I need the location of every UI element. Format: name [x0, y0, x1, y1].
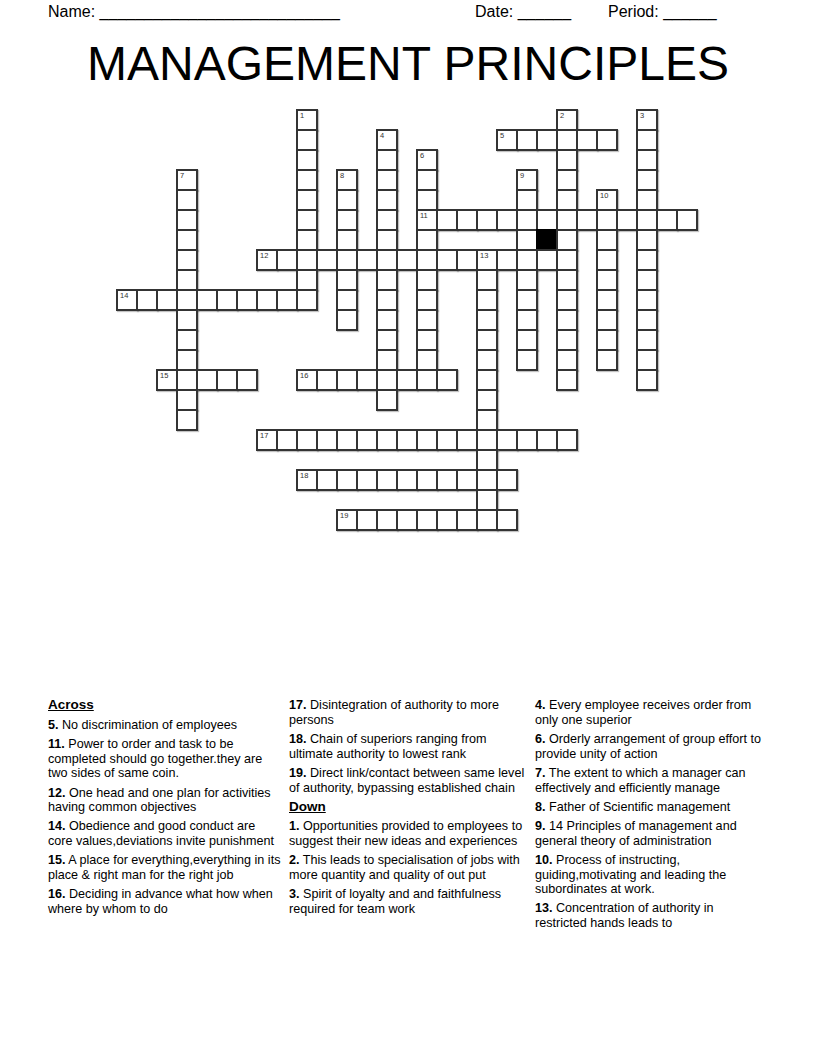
grid-cell[interactable]: 18	[296, 469, 318, 491]
grid-cell[interactable]	[136, 289, 158, 311]
grid-cell[interactable]	[416, 349, 438, 371]
clue-item-down-7: 7. The extent to which a manager can eff…	[535, 766, 765, 795]
grid-cell[interactable]	[496, 429, 518, 451]
grid-cell[interactable]	[556, 249, 578, 271]
clue-item-number: 12.	[48, 786, 66, 800]
clue-item-down-10: 10. Process of instructing, guiding,moti…	[535, 853, 765, 897]
grid-cell[interactable]	[556, 309, 578, 331]
name-blank-line: ___________________________	[100, 3, 340, 20]
grid-cell[interactable]	[336, 209, 358, 231]
grid-cell[interactable]	[556, 149, 578, 171]
clue-number: 1	[300, 111, 304, 120]
clue-number: 8	[340, 171, 344, 180]
clue-item-across-16: 16. Deciding in advance what how when wh…	[48, 887, 281, 916]
grid-cell[interactable]	[376, 349, 398, 371]
clue-item-number: 18.	[289, 732, 307, 746]
crossword-grid: 12345678910111213141516171819	[117, 110, 699, 532]
grid-cell[interactable]	[296, 169, 318, 191]
grid-cell[interactable]	[396, 369, 418, 391]
grid-cell[interactable]	[636, 229, 658, 251]
grid-cell[interactable]	[336, 309, 358, 331]
grid-cell[interactable]	[176, 329, 198, 351]
grid-cell[interactable]	[156, 289, 178, 311]
clue-number: 5	[500, 131, 504, 140]
date-field: Date: ______	[475, 3, 571, 21]
grid-cell[interactable]	[176, 209, 198, 231]
clue-item-number: 3.	[289, 887, 300, 901]
grid-cell[interactable]	[436, 209, 458, 231]
grid-cell[interactable]	[496, 509, 518, 531]
grid-cell[interactable]	[476, 329, 498, 351]
grid-cell[interactable]	[636, 169, 658, 191]
grid-cell[interactable]	[236, 369, 258, 391]
grid-cell[interactable]: 17	[256, 429, 278, 451]
clue-item-across-18: 18. Chain of superiors ranging from ulti…	[289, 732, 526, 761]
grid-cell[interactable]: 14	[116, 289, 138, 311]
grid-cell[interactable]	[556, 169, 578, 191]
grid-cell[interactable]	[596, 229, 618, 251]
grid-cell[interactable]	[476, 469, 498, 491]
grid-cell[interactable]: 8	[336, 169, 358, 191]
grid-cell[interactable]	[636, 369, 658, 391]
clue-item-down-2: 2. This leads to specialisation of jobs …	[289, 853, 526, 882]
page-title: MANAGEMENT PRINCIPLES	[0, 36, 816, 91]
clue-item-number: 7.	[535, 766, 546, 780]
clue-item-down-9: 9. 14 Principles of management and gener…	[535, 819, 765, 848]
grid-cell[interactable]	[396, 469, 418, 491]
grid-cell[interactable]	[316, 429, 338, 451]
grid-cell[interactable]	[296, 209, 318, 231]
grid-cell[interactable]	[296, 429, 318, 451]
grid-cell[interactable]	[316, 249, 338, 271]
date-blank-line: ______	[518, 3, 571, 20]
clue-number: 19	[340, 511, 348, 520]
grid-cell[interactable]	[376, 209, 398, 231]
grid-cell[interactable]	[516, 129, 538, 151]
grid-cell[interactable]	[436, 509, 458, 531]
grid-cell[interactable]	[376, 189, 398, 211]
grid-cell[interactable]	[456, 209, 478, 231]
grid-cell[interactable]	[556, 229, 578, 251]
blocked-cell	[536, 229, 558, 251]
clue-number: 3	[640, 111, 644, 120]
grid-cell[interactable]	[456, 429, 478, 451]
grid-cell[interactable]	[476, 289, 498, 311]
grid-cell[interactable]	[376, 269, 398, 291]
period-blank-line: ______	[663, 3, 716, 20]
grid-cell[interactable]	[256, 289, 278, 311]
grid-cell[interactable]	[536, 429, 558, 451]
grid-cell[interactable]	[376, 469, 398, 491]
clue-number: 4	[380, 131, 384, 140]
grid-cell[interactable]	[516, 309, 538, 331]
grid-cell[interactable]	[336, 189, 358, 211]
grid-cell[interactable]	[476, 369, 498, 391]
grid-cell[interactable]	[376, 429, 398, 451]
grid-cell[interactable]	[616, 209, 638, 231]
grid-cell[interactable]	[516, 209, 538, 231]
grid-cell[interactable]	[296, 289, 318, 311]
clue-item-number: 13.	[535, 901, 553, 915]
grid-cell[interactable]: 2	[556, 109, 578, 131]
grid-cell[interactable]	[516, 329, 538, 351]
grid-cell[interactable]: 1	[296, 109, 318, 131]
grid-cell[interactable]	[476, 389, 498, 411]
grid-cell[interactable]	[556, 289, 578, 311]
grid-cell[interactable]: 5	[496, 129, 518, 151]
clue-number: 7	[180, 171, 184, 180]
grid-cell[interactable]	[516, 229, 538, 251]
grid-cell[interactable]	[676, 209, 698, 231]
grid-cell[interactable]	[376, 249, 398, 271]
grid-cell[interactable]	[456, 469, 478, 491]
grid-cell[interactable]	[516, 349, 538, 371]
clue-number: 17	[260, 431, 268, 440]
grid-cell[interactable]	[196, 369, 218, 391]
clue-item-number: 15.	[48, 853, 66, 867]
grid-cell[interactable]	[536, 209, 558, 231]
grid-cell[interactable]	[636, 289, 658, 311]
grid-cell[interactable]	[376, 509, 398, 531]
grid-cell[interactable]	[336, 269, 358, 291]
grid-cell[interactable]	[336, 469, 358, 491]
grid-cell[interactable]	[176, 249, 198, 271]
grid-cell[interactable]	[476, 409, 498, 431]
grid-cell[interactable]	[556, 209, 578, 231]
clue-item-number: 2.	[289, 853, 300, 867]
clue-item-down-6: 6. Orderly arrangement of group effort t…	[535, 732, 765, 761]
clue-item-down-1: 1. Opportunities provided to employees t…	[289, 819, 526, 848]
grid-cell[interactable]	[656, 209, 678, 231]
grid-cell[interactable]	[496, 249, 518, 271]
clue-item-number: 14.	[48, 819, 66, 833]
grid-cell[interactable]	[296, 229, 318, 251]
clue-item-across-14: 14. Obedience and good conduct are core …	[48, 819, 281, 848]
grid-cell[interactable]	[376, 229, 398, 251]
grid-cell[interactable]	[376, 169, 398, 191]
grid-cell[interactable]	[536, 249, 558, 271]
grid-cell[interactable]: 4	[376, 129, 398, 151]
grid-cell[interactable]	[516, 429, 538, 451]
grid-cell[interactable]	[376, 149, 398, 171]
clue-item-across-19: 19. Direct link/contact between same lev…	[289, 766, 526, 795]
grid-cell[interactable]	[416, 329, 438, 351]
grid-cell[interactable]	[436, 469, 458, 491]
grid-cell[interactable]	[436, 429, 458, 451]
down-header: Down	[289, 800, 526, 815]
clue-item-across-5: 5. No discrimination of employees	[48, 718, 281, 733]
grid-cell[interactable]	[176, 389, 198, 411]
grid-cell[interactable]	[596, 329, 618, 351]
clue-item-number: 10.	[535, 853, 553, 867]
grid-cell[interactable]	[636, 269, 658, 291]
grid-cell[interactable]	[476, 489, 498, 511]
grid-cell[interactable]	[636, 189, 658, 211]
clue-column-2: 17. Disintegration of authority to more …	[289, 698, 526, 921]
grid-cell[interactable]: 15	[156, 369, 178, 391]
clue-number: 14	[120, 291, 128, 300]
grid-cell[interactable]	[556, 369, 578, 391]
clue-number: 11	[420, 211, 428, 220]
grid-cell[interactable]	[316, 369, 338, 391]
grid-cell[interactable]	[176, 229, 198, 251]
clue-number: 12	[260, 251, 268, 260]
grid-cell[interactable]	[476, 429, 498, 451]
grid-cell[interactable]	[476, 349, 498, 371]
grid-cell[interactable]	[416, 469, 438, 491]
grid-cell[interactable]	[556, 429, 578, 451]
grid-cell[interactable]	[596, 249, 618, 271]
grid-cell[interactable]	[576, 209, 598, 231]
grid-cell[interactable]	[336, 429, 358, 451]
grid-cell[interactable]	[476, 309, 498, 331]
across-header: Across	[48, 698, 281, 713]
grid-cell[interactable]	[416, 289, 438, 311]
grid-cell[interactable]: 16	[296, 369, 318, 391]
grid-cell[interactable]	[596, 309, 618, 331]
grid-cell[interactable]	[396, 429, 418, 451]
grid-cell[interactable]	[396, 249, 418, 271]
grid-cell[interactable]	[196, 289, 218, 311]
grid-cell[interactable]	[376, 329, 398, 351]
grid-cell[interactable]	[596, 349, 618, 371]
clue-item-across-15: 15. A place for everything,everything in…	[48, 853, 281, 882]
clue-item-down-13: 13. Concentration of authority in restri…	[535, 901, 765, 930]
grid-cell[interactable]	[336, 289, 358, 311]
grid-cell[interactable]	[356, 469, 378, 491]
grid-cell[interactable]	[636, 209, 658, 231]
grid-cell[interactable]	[176, 269, 198, 291]
grid-cell[interactable]	[356, 429, 378, 451]
grid-cell[interactable]	[556, 129, 578, 151]
grid-cell[interactable]	[416, 169, 438, 191]
clue-column-3: 4. Every employee receives order from on…	[535, 698, 765, 935]
grid-cell[interactable]	[416, 309, 438, 331]
clue-item-down-3: 3. Spirit of loyalty and and faithfulnes…	[289, 887, 526, 916]
grid-cell[interactable]	[516, 189, 538, 211]
grid-cell[interactable]	[296, 269, 318, 291]
clue-item-down-8: 8. Father of Scientific management	[535, 800, 765, 815]
grid-cell[interactable]	[596, 269, 618, 291]
grid-cell[interactable]	[176, 349, 198, 371]
grid-cell[interactable]	[556, 189, 578, 211]
grid-cell[interactable]	[556, 329, 578, 351]
grid-cell[interactable]	[496, 209, 518, 231]
grid-cell[interactable]: 11	[416, 209, 438, 231]
grid-cell[interactable]: 10	[596, 189, 618, 211]
grid-cell[interactable]	[336, 249, 358, 271]
grid-cell[interactable]	[596, 209, 618, 231]
grid-cell[interactable]	[416, 189, 438, 211]
clue-item-number: 6.	[535, 732, 546, 746]
grid-cell[interactable]	[276, 249, 298, 271]
clue-column-1: Across5. No discrimination of employees1…	[48, 698, 281, 921]
grid-cell[interactable]	[396, 509, 418, 531]
grid-cell[interactable]	[216, 289, 238, 311]
clue-item-number: 17.	[289, 698, 307, 712]
grid-cell[interactable]	[636, 249, 658, 271]
grid-cell[interactable]	[336, 369, 358, 391]
grid-cell[interactable]	[336, 229, 358, 251]
grid-cell[interactable]	[436, 249, 458, 271]
grid-cell[interactable]	[596, 129, 618, 151]
grid-cell[interactable]	[416, 229, 438, 251]
clue-item-across-17: 17. Disintegration of authority to more …	[289, 698, 526, 727]
grid-cell[interactable]	[176, 189, 198, 211]
clue-number: 18	[300, 471, 308, 480]
grid-cell[interactable]	[276, 429, 298, 451]
grid-cell[interactable]	[176, 309, 198, 331]
grid-cell[interactable]	[376, 369, 398, 391]
clue-item-across-12: 12. One head and one plan for activities…	[48, 786, 281, 815]
grid-cell[interactable]	[176, 289, 198, 311]
clue-item-number: 19.	[289, 766, 307, 780]
grid-cell[interactable]	[216, 369, 238, 391]
grid-cell[interactable]	[436, 369, 458, 391]
grid-cell[interactable]	[516, 249, 538, 271]
grid-cell[interactable]	[476, 269, 498, 291]
grid-cell[interactable]	[556, 349, 578, 371]
clue-number: 15	[160, 371, 168, 380]
grid-cell[interactable]	[356, 509, 378, 531]
clue-item-number: 8.	[535, 800, 546, 814]
grid-cell[interactable]: 6	[416, 149, 438, 171]
grid-cell[interactable]	[456, 249, 478, 271]
grid-cell[interactable]	[176, 409, 198, 431]
grid-cell[interactable]	[376, 289, 398, 311]
grid-cell[interactable]	[296, 249, 318, 271]
name-field: Name: ___________________________	[48, 3, 340, 21]
grid-cell[interactable]	[476, 449, 498, 471]
clue-item-number: 5.	[48, 718, 59, 732]
clue-item-across-11: 11. Power to order and task to be comple…	[48, 737, 281, 781]
grid-cell[interactable]	[636, 309, 658, 331]
clue-number: 13	[480, 251, 488, 260]
grid-cell[interactable]	[296, 129, 318, 151]
grid-cell[interactable]: 3	[636, 109, 658, 131]
grid-cell[interactable]	[296, 189, 318, 211]
clue-item-number: 9.	[535, 819, 546, 833]
grid-cell[interactable]	[276, 289, 298, 311]
period-label: Period:	[608, 3, 659, 20]
date-label: Date:	[475, 3, 513, 20]
grid-cell[interactable]: 13	[476, 249, 498, 271]
clue-number: 2	[560, 111, 564, 120]
grid-cell[interactable]	[596, 289, 618, 311]
clue-number: 16	[300, 371, 308, 380]
grid-cell[interactable]	[456, 509, 478, 531]
grid-cell[interactable]	[376, 389, 398, 411]
period-field: Period: ______	[608, 3, 717, 21]
grid-cell[interactable]	[356, 249, 378, 271]
grid-cell[interactable]	[516, 289, 538, 311]
grid-cell[interactable]	[636, 349, 658, 371]
grid-cell[interactable]	[236, 289, 258, 311]
grid-cell[interactable]	[516, 269, 538, 291]
clue-item-number: 16.	[48, 887, 66, 901]
grid-cell[interactable]	[476, 509, 498, 531]
grid-cell[interactable]: 9	[516, 169, 538, 191]
clue-number: 6	[420, 151, 424, 160]
grid-cell[interactable]	[556, 269, 578, 291]
grid-cell[interactable]	[416, 509, 438, 531]
grid-cell[interactable]	[296, 149, 318, 171]
grid-cell[interactable]	[536, 129, 558, 151]
grid-cell[interactable]: 19	[336, 509, 358, 531]
grid-cell[interactable]	[416, 429, 438, 451]
clue-item-number: 1.	[289, 819, 300, 833]
grid-cell[interactable]	[576, 129, 598, 151]
grid-cell[interactable]	[416, 249, 438, 271]
grid-cell[interactable]	[636, 129, 658, 151]
clue-item-down-4: 4. Every employee receives order from on…	[535, 698, 765, 727]
grid-cell[interactable]: 7	[176, 169, 198, 191]
grid-cell[interactable]	[416, 269, 438, 291]
grid-cell[interactable]	[416, 369, 438, 391]
clue-item-number: 11.	[48, 737, 65, 751]
grid-cell[interactable]	[496, 469, 518, 491]
grid-cell[interactable]	[636, 149, 658, 171]
grid-cell[interactable]	[316, 469, 338, 491]
grid-cell[interactable]	[176, 369, 198, 391]
grid-cell[interactable]	[376, 309, 398, 331]
clue-number: 10	[600, 191, 608, 200]
grid-cell[interactable]	[636, 329, 658, 351]
name-label: Name:	[48, 3, 95, 20]
grid-cell[interactable]	[476, 209, 498, 231]
grid-cell[interactable]	[356, 369, 378, 391]
clue-number: 9	[520, 171, 524, 180]
grid-cell[interactable]: 12	[256, 249, 278, 271]
clue-item-number: 4.	[535, 698, 546, 712]
